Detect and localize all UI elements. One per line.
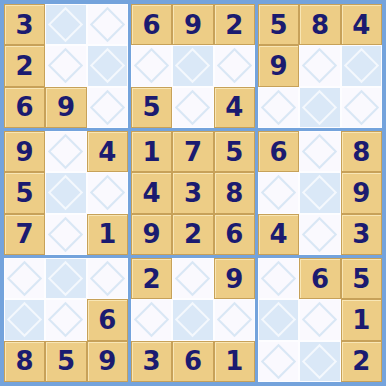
cell-r4c1: 9 <box>4 131 45 172</box>
diamond-icon <box>344 48 379 83</box>
cell-r4c9: 8 <box>341 131 382 172</box>
cell-r9c5: 6 <box>172 341 213 382</box>
cell-r6c6: 6 <box>214 214 255 255</box>
cell-r7c4: 2 <box>131 258 172 299</box>
given-digit: 9 <box>57 94 75 120</box>
diamond-icon <box>175 302 210 337</box>
diamond-icon <box>175 261 210 296</box>
cell-r8c1[interactable] <box>4 299 45 340</box>
given-digit: 4 <box>98 139 116 165</box>
cell-r8c2[interactable] <box>45 299 86 340</box>
cell-r3c6: 4 <box>214 87 255 128</box>
given-digit: 5 <box>143 94 161 120</box>
given-digit: 2 <box>352 348 370 374</box>
cell-r3c4: 5 <box>131 87 172 128</box>
cell-r7c1[interactable] <box>4 258 45 299</box>
diamond-icon <box>261 302 296 337</box>
cell-r9c4: 3 <box>131 341 172 382</box>
given-digit: 1 <box>98 221 116 247</box>
given-digit: 5 <box>225 139 243 165</box>
diamond-icon <box>302 90 337 125</box>
cell-r1c5: 9 <box>172 4 213 45</box>
cell-r3c9[interactable] <box>341 87 382 128</box>
cell-r9c3: 9 <box>87 341 128 382</box>
given-digit: 6 <box>16 94 34 120</box>
given-digit: 9 <box>352 180 370 206</box>
cell-r1c7: 5 <box>258 4 299 45</box>
diamond-icon <box>175 90 210 125</box>
cell-r3c8[interactable] <box>299 87 340 128</box>
cell-r5c5: 3 <box>172 172 213 213</box>
diamond-icon <box>48 48 83 83</box>
given-digit: 1 <box>143 139 161 165</box>
cell-r6c2[interactable] <box>45 214 86 255</box>
cell-r2c5[interactable] <box>172 45 213 86</box>
given-digit: 1 <box>225 348 243 374</box>
cell-r7c2[interactable] <box>45 258 86 299</box>
cell-r6c7: 4 <box>258 214 299 255</box>
cell-r7c7[interactable] <box>258 258 299 299</box>
cell-r3c7[interactable] <box>258 87 299 128</box>
diamond-icon <box>7 302 42 337</box>
cell-r5c3[interactable] <box>87 172 128 213</box>
cell-r1c4: 6 <box>131 4 172 45</box>
given-digit: 4 <box>225 94 243 120</box>
given-digit: 4 <box>143 180 161 206</box>
cell-r1c9: 4 <box>341 4 382 45</box>
cell-r1c3[interactable] <box>87 4 128 45</box>
diamond-icon <box>302 134 337 169</box>
cell-r9c8[interactable] <box>299 341 340 382</box>
cell-r5c1: 5 <box>4 172 45 213</box>
cell-r6c3: 1 <box>87 214 128 255</box>
given-digit: 8 <box>352 139 370 165</box>
given-digit: 6 <box>270 139 288 165</box>
given-digit: 6 <box>184 348 202 374</box>
cell-r2c7: 9 <box>258 45 299 86</box>
cell-r2c6[interactable] <box>214 45 255 86</box>
cell-r5c7[interactable] <box>258 172 299 213</box>
cell-r4c2[interactable] <box>45 131 86 172</box>
cell-r6c5: 2 <box>172 214 213 255</box>
given-digit: 6 <box>143 12 161 38</box>
cell-r7c5[interactable] <box>172 258 213 299</box>
cell-r2c9[interactable] <box>341 45 382 86</box>
given-digit: 2 <box>225 12 243 38</box>
cell-r9c9: 2 <box>341 341 382 382</box>
given-digit: 4 <box>270 221 288 247</box>
cell-r9c6: 1 <box>214 341 255 382</box>
given-digit: 4 <box>352 12 370 38</box>
diamond-icon <box>261 261 296 296</box>
diamond-icon <box>48 175 83 210</box>
cell-r7c8: 6 <box>299 258 340 299</box>
given-digit: 7 <box>184 139 202 165</box>
diamond-icon <box>302 175 337 210</box>
diamond-icon <box>261 175 296 210</box>
diamond-icon <box>302 48 337 83</box>
cell-r3c3[interactable] <box>87 87 128 128</box>
diamond-icon <box>48 7 83 42</box>
given-digit: 5 <box>270 12 288 38</box>
given-digit: 3 <box>352 221 370 247</box>
cell-r2c2[interactable] <box>45 45 86 86</box>
given-digit: 2 <box>143 266 161 292</box>
cell-r7c3[interactable] <box>87 258 128 299</box>
cell-r7c9: 5 <box>341 258 382 299</box>
diamond-icon <box>302 217 337 252</box>
diamond-icon <box>134 302 169 337</box>
given-digit: 6 <box>311 266 329 292</box>
given-digit: 5 <box>352 266 370 292</box>
cell-r1c1: 3 <box>4 4 45 45</box>
given-digit: 9 <box>225 266 243 292</box>
cell-r8c4[interactable] <box>131 299 172 340</box>
diamond-icon <box>217 302 252 337</box>
cell-r5c2[interactable] <box>45 172 86 213</box>
cell-r2c1: 2 <box>4 45 45 86</box>
given-digit: 2 <box>184 221 202 247</box>
cell-r9c7[interactable] <box>258 341 299 382</box>
diamond-icon <box>302 344 337 379</box>
diamond-icon <box>134 48 169 83</box>
cell-r9c2: 5 <box>45 341 86 382</box>
diamond-icon <box>175 48 210 83</box>
diamond-icon <box>48 217 83 252</box>
cell-r5c6: 8 <box>214 172 255 213</box>
cell-r6c9: 3 <box>341 214 382 255</box>
given-digit: 9 <box>184 12 202 38</box>
given-digit: 9 <box>143 221 161 247</box>
given-digit: 8 <box>16 348 34 374</box>
cell-r1c2[interactable] <box>45 4 86 45</box>
given-digit: 2 <box>16 53 34 79</box>
cell-r6c4: 9 <box>131 214 172 255</box>
given-digit: 6 <box>225 221 243 247</box>
cell-r9c1: 8 <box>4 341 45 382</box>
cell-r4c8[interactable] <box>299 131 340 172</box>
cell-r7c6: 9 <box>214 258 255 299</box>
cell-r2c3[interactable] <box>87 45 128 86</box>
cell-r4c6: 5 <box>214 131 255 172</box>
diamond-icon <box>48 134 83 169</box>
cell-r8c9: 1 <box>341 299 382 340</box>
diamond-icon <box>90 175 125 210</box>
cell-r6c1: 7 <box>4 214 45 255</box>
cell-r8c8[interactable] <box>299 299 340 340</box>
cell-r4c3: 4 <box>87 131 128 172</box>
diamond-icon <box>90 48 125 83</box>
cell-r8c3: 6 <box>87 299 128 340</box>
given-digit: 5 <box>57 348 75 374</box>
diamond-icon <box>90 90 125 125</box>
cell-r4c7: 6 <box>258 131 299 172</box>
given-digit: 3 <box>184 180 202 206</box>
cell-r3c1: 6 <box>4 87 45 128</box>
diamond-icon <box>344 90 379 125</box>
diamond-icon <box>261 344 296 379</box>
given-digit: 6 <box>98 307 116 333</box>
given-digit: 3 <box>16 12 34 38</box>
cell-r2c4[interactable] <box>131 45 172 86</box>
diamond-icon <box>217 48 252 83</box>
given-digit: 8 <box>311 12 329 38</box>
cell-r4c5: 7 <box>172 131 213 172</box>
given-digit: 9 <box>98 348 116 374</box>
cell-r8c5[interactable] <box>172 299 213 340</box>
cell-r5c8[interactable] <box>299 172 340 213</box>
cell-r3c5[interactable] <box>172 87 213 128</box>
cell-r8c7[interactable] <box>258 299 299 340</box>
given-digit: 3 <box>143 348 161 374</box>
cell-r5c9: 9 <box>341 172 382 213</box>
cell-r2c8[interactable] <box>299 45 340 86</box>
given-digit: 1 <box>352 307 370 333</box>
diamond-icon <box>48 261 83 296</box>
given-digit: 7 <box>16 221 34 247</box>
cell-r4c4: 1 <box>131 131 172 172</box>
cell-r6c8[interactable] <box>299 214 340 255</box>
given-digit: 9 <box>270 53 288 79</box>
diamond-icon <box>7 261 42 296</box>
diamond-icon <box>90 261 125 296</box>
cell-r8c6[interactable] <box>214 299 255 340</box>
diamond-icon <box>48 302 83 337</box>
cell-r5c4: 4 <box>131 172 172 213</box>
sudoku-board: 3692584296954941756854389719264329656185… <box>0 0 386 386</box>
cell-r1c6: 2 <box>214 4 255 45</box>
diamond-icon <box>90 7 125 42</box>
given-digit: 8 <box>225 180 243 206</box>
cell-r1c8: 8 <box>299 4 340 45</box>
diamond-icon <box>302 302 337 337</box>
diamond-icon <box>261 90 296 125</box>
given-digit: 5 <box>16 180 34 206</box>
given-digit: 9 <box>16 139 34 165</box>
cell-r3c2: 9 <box>45 87 86 128</box>
